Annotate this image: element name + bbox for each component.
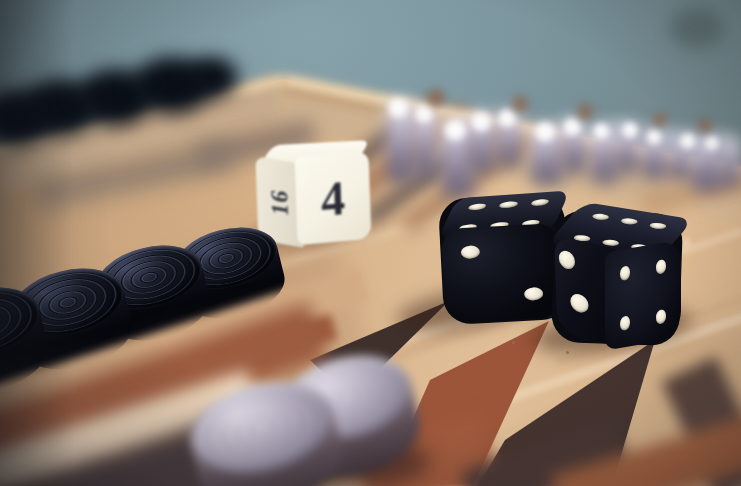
die-pip xyxy=(620,265,630,281)
bokeh-highlight xyxy=(562,117,582,137)
die-1-front-face xyxy=(441,223,564,323)
bokeh-highlight xyxy=(443,118,467,142)
bokeh-highlight xyxy=(679,132,697,150)
die-pip xyxy=(656,309,666,325)
bokeh-wood xyxy=(577,104,593,120)
bokeh-highlight xyxy=(592,122,610,140)
black-checker-blurred-far[interactable] xyxy=(186,57,238,99)
die-pip xyxy=(530,199,550,206)
backgammon-photo-scene: 16 4 xyxy=(0,0,741,486)
dust-speck xyxy=(566,351,569,354)
die-2-right-face xyxy=(605,239,681,350)
bokeh-highlight xyxy=(470,111,492,133)
bokeh-wood xyxy=(653,113,667,127)
die-pip xyxy=(656,259,666,275)
bokeh-highlight xyxy=(497,108,517,128)
doubling-cube-side-value: 16 xyxy=(266,187,294,218)
bokeh-highlight xyxy=(387,97,409,119)
die-pip xyxy=(499,201,519,208)
silver-checker-blurred-far[interactable] xyxy=(718,136,741,188)
bokeh-highlight xyxy=(621,121,639,139)
dust-speck xyxy=(512,341,515,344)
doubling-cube-front-value: 4 xyxy=(320,169,346,226)
die-pip xyxy=(620,316,630,332)
bokeh-highlight xyxy=(704,135,720,151)
die-pip xyxy=(648,222,668,230)
die-pip xyxy=(460,245,480,259)
wall-smudge xyxy=(670,8,724,48)
bokeh-wood xyxy=(427,89,445,107)
bokeh-highlight xyxy=(646,129,662,145)
die-pip xyxy=(467,204,487,211)
bokeh-wood xyxy=(512,96,528,112)
die-pip xyxy=(590,213,610,221)
doubling-cube-front-face: 4 xyxy=(295,151,372,245)
bokeh-highlight xyxy=(534,121,556,143)
die-pip xyxy=(524,287,544,301)
bokeh-wood xyxy=(698,119,712,133)
bokeh-highlight xyxy=(414,104,434,124)
die-pip xyxy=(619,217,639,225)
